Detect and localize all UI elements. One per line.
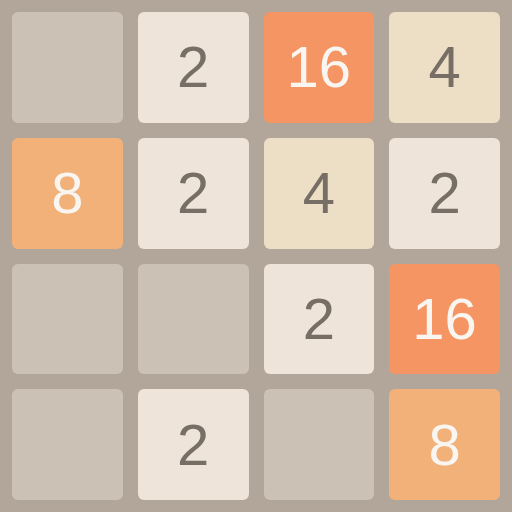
empty-cell-r1c1 [12,12,123,123]
tile-4-r1c4: 4 [389,12,500,123]
empty-cell-r4c1 [12,389,123,500]
tile-2-r1c2: 2 [138,12,249,123]
empty-cell-r3c2 [138,264,249,375]
tile-2-r4c2: 2 [138,389,249,500]
empty-cell-r4c3 [264,389,375,500]
empty-cell-r3c1 [12,264,123,375]
tile-2-r2c2: 2 [138,138,249,249]
tile-16-r3c4: 16 [389,264,500,375]
tile-2-r2c4: 2 [389,138,500,249]
tile-8-r4c4: 8 [389,389,500,500]
tile-8-r2c1: 8 [12,138,123,249]
tile-4-r2c3: 4 [264,138,375,249]
tile-2-r3c3: 2 [264,264,375,375]
2048-board[interactable]: 2164824221628 [0,0,512,512]
tile-16-r1c3: 16 [264,12,375,123]
